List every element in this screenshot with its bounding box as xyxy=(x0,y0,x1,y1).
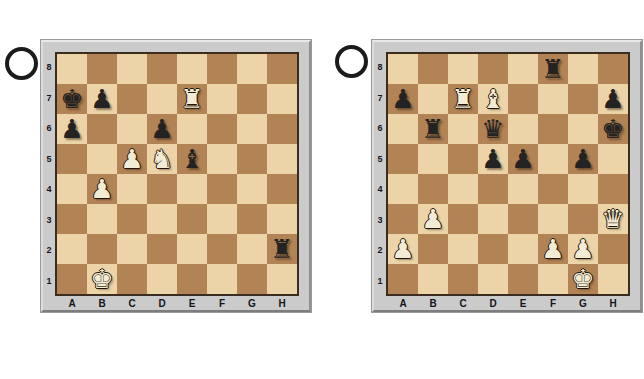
square-c4[interactable] xyxy=(117,174,147,204)
square-b7[interactable] xyxy=(418,84,448,114)
square-g2[interactable] xyxy=(237,234,267,264)
square-h3[interactable] xyxy=(267,204,297,234)
square-g4[interactable] xyxy=(237,174,267,204)
white-rook[interactable]: ♜ xyxy=(448,84,478,114)
square-c5[interactable] xyxy=(448,144,478,174)
square-g7[interactable] xyxy=(568,84,598,114)
rank-label: 8 xyxy=(374,52,386,83)
square-b1[interactable] xyxy=(418,264,448,294)
white-rook[interactable]: ♜ xyxy=(177,84,207,114)
white-pawn[interactable]: ♟ xyxy=(87,174,117,204)
square-a8[interactable] xyxy=(57,54,87,84)
file-label: E xyxy=(177,298,207,310)
square-d1[interactable] xyxy=(478,264,508,294)
square-d1[interactable] xyxy=(147,264,177,294)
rank-label: 7 xyxy=(374,83,386,114)
square-b6[interactable] xyxy=(87,114,117,144)
file-label: H xyxy=(267,298,297,310)
square-d3[interactable] xyxy=(478,204,508,234)
black-pawn[interactable]: ♟ xyxy=(508,144,538,174)
rank-label: 3 xyxy=(374,205,386,236)
square-h1[interactable] xyxy=(267,264,297,294)
rank-label: 5 xyxy=(374,144,386,175)
square-a6[interactable] xyxy=(388,114,418,144)
square-c8[interactable] xyxy=(117,54,147,84)
white-pawn[interactable]: ♟ xyxy=(568,234,598,264)
square-c1[interactable] xyxy=(117,264,147,294)
black-bishop[interactable]: ♝ xyxy=(177,144,207,174)
square-g1[interactable] xyxy=(237,264,267,294)
square-f1[interactable] xyxy=(538,264,568,294)
square-h8[interactable] xyxy=(267,54,297,84)
square-g8[interactable] xyxy=(237,54,267,84)
square-d7[interactable] xyxy=(147,84,177,114)
file-label: A xyxy=(57,298,87,310)
black-rook[interactable]: ♜ xyxy=(267,234,297,264)
board-grid[interactable]: ♚♟♜♟♟♟♞♝♟♜♚ xyxy=(55,52,299,296)
board-grid[interactable]: ♜♟♜♝♟♜♛♚♟♟♟♟♛♟♟♟♚ xyxy=(386,52,630,296)
file-label: B xyxy=(87,298,117,310)
square-g7[interactable] xyxy=(237,84,267,114)
rank-label: 4 xyxy=(374,174,386,205)
square-h1[interactable] xyxy=(598,264,628,294)
square-e3[interactable] xyxy=(508,204,538,234)
square-a4[interactable] xyxy=(388,174,418,204)
white-to-move-circle-icon xyxy=(335,45,368,78)
file-label: G xyxy=(237,298,267,310)
square-c7[interactable] xyxy=(117,84,147,114)
chess-board-diagram-1: 87654321 ♚♟♜♟♟♟♞♝♟♜♚ ABCDEFGH xyxy=(41,40,311,312)
black-pawn[interactable]: ♟ xyxy=(598,84,628,114)
square-f8[interactable] xyxy=(207,54,237,84)
square-b8[interactable] xyxy=(87,54,117,84)
white-king[interactable]: ♚ xyxy=(87,264,117,294)
square-c2[interactable] xyxy=(117,234,147,264)
square-b3[interactable] xyxy=(87,204,117,234)
white-pawn[interactable]: ♟ xyxy=(538,234,568,264)
square-e8[interactable] xyxy=(177,54,207,84)
square-a5[interactable] xyxy=(57,144,87,174)
square-c6[interactable] xyxy=(117,114,147,144)
square-c4[interactable] xyxy=(448,174,478,204)
square-a3[interactable] xyxy=(57,204,87,234)
white-pawn[interactable]: ♟ xyxy=(117,144,147,174)
square-f5[interactable] xyxy=(207,144,237,174)
square-f1[interactable] xyxy=(207,264,237,294)
square-c1[interactable] xyxy=(448,264,478,294)
square-h5[interactable] xyxy=(598,144,628,174)
file-label: D xyxy=(147,298,177,310)
rank-label: 1 xyxy=(43,266,55,297)
black-rook[interactable]: ♜ xyxy=(418,114,448,144)
square-f4[interactable] xyxy=(538,174,568,204)
square-e6[interactable] xyxy=(508,114,538,144)
square-f7[interactable] xyxy=(207,84,237,114)
square-f6[interactable] xyxy=(538,114,568,144)
square-a3[interactable] xyxy=(388,204,418,234)
square-g6[interactable] xyxy=(568,114,598,144)
square-c6[interactable] xyxy=(448,114,478,144)
square-e1[interactable] xyxy=(177,264,207,294)
square-g3[interactable] xyxy=(237,204,267,234)
black-king[interactable]: ♚ xyxy=(57,84,87,114)
square-h5[interactable] xyxy=(267,144,297,174)
file-label: A xyxy=(388,298,418,310)
square-c8[interactable] xyxy=(448,54,478,84)
square-d4[interactable] xyxy=(147,174,177,204)
square-e8[interactable] xyxy=(508,54,538,84)
square-f3[interactable] xyxy=(538,204,568,234)
square-e7[interactable] xyxy=(508,84,538,114)
square-e3[interactable] xyxy=(177,204,207,234)
file-label: E xyxy=(508,298,538,310)
rank-labels: 87654321 xyxy=(374,52,386,296)
file-label: D xyxy=(478,298,508,310)
square-b4[interactable] xyxy=(418,174,448,204)
rank-label: 6 xyxy=(43,113,55,144)
square-b2[interactable] xyxy=(87,234,117,264)
square-e2[interactable] xyxy=(177,234,207,264)
square-a5[interactable] xyxy=(388,144,418,174)
rank-label: 8 xyxy=(43,52,55,83)
square-c3[interactable] xyxy=(117,204,147,234)
square-e4[interactable] xyxy=(177,174,207,204)
file-label: H xyxy=(598,298,628,310)
file-label: F xyxy=(538,298,568,310)
square-g5[interactable] xyxy=(237,144,267,174)
black-pawn[interactable]: ♟ xyxy=(568,144,598,174)
square-d4[interactable] xyxy=(478,174,508,204)
rank-label: 5 xyxy=(43,144,55,175)
square-f3[interactable] xyxy=(207,204,237,234)
rank-label: 1 xyxy=(374,266,386,297)
square-b5[interactable] xyxy=(87,144,117,174)
file-label: F xyxy=(207,298,237,310)
black-pawn[interactable]: ♟ xyxy=(147,114,177,144)
file-labels: ABCDEFGH xyxy=(388,298,628,310)
rank-label: 3 xyxy=(43,205,55,236)
file-label: C xyxy=(448,298,478,310)
white-bishop[interactable]: ♝ xyxy=(478,84,508,114)
square-d3[interactable] xyxy=(147,204,177,234)
square-a1[interactable] xyxy=(57,264,87,294)
square-d2[interactable] xyxy=(478,234,508,264)
black-pawn[interactable]: ♟ xyxy=(57,114,87,144)
square-g8[interactable] xyxy=(568,54,598,84)
file-label: G xyxy=(568,298,598,310)
square-e6[interactable] xyxy=(177,114,207,144)
square-f4[interactable] xyxy=(207,174,237,204)
black-king[interactable]: ♚ xyxy=(598,114,628,144)
square-a4[interactable] xyxy=(57,174,87,204)
square-a1[interactable] xyxy=(388,264,418,294)
square-d8[interactable] xyxy=(478,54,508,84)
worksheet-canvas: 87654321 ♚♟♜♟♟♟♞♝♟♜♚ ABCDEFGH 87654321 ♜… xyxy=(0,0,644,379)
square-b2[interactable] xyxy=(418,234,448,264)
rank-label: 4 xyxy=(43,174,55,205)
black-pawn[interactable]: ♟ xyxy=(388,84,418,114)
square-a2[interactable] xyxy=(57,234,87,264)
square-h7[interactable] xyxy=(267,84,297,114)
square-f5[interactable] xyxy=(538,144,568,174)
white-knight[interactable]: ♞ xyxy=(147,144,177,174)
square-b8[interactable] xyxy=(418,54,448,84)
square-f7[interactable] xyxy=(538,84,568,114)
black-pawn[interactable]: ♟ xyxy=(478,144,508,174)
rank-label: 7 xyxy=(43,83,55,114)
black-queen[interactable]: ♛ xyxy=(478,114,508,144)
square-g4[interactable] xyxy=(568,174,598,204)
rank-labels: 87654321 xyxy=(43,52,55,296)
square-e1[interactable] xyxy=(508,264,538,294)
square-f6[interactable] xyxy=(207,114,237,144)
white-to-move-circle-icon xyxy=(5,47,38,80)
file-label: C xyxy=(117,298,147,310)
white-king[interactable]: ♚ xyxy=(568,264,598,294)
rank-label: 2 xyxy=(43,235,55,266)
square-h8[interactable] xyxy=(598,54,628,84)
white-pawn[interactable]: ♟ xyxy=(418,204,448,234)
square-g6[interactable] xyxy=(237,114,267,144)
square-h4[interactable] xyxy=(267,174,297,204)
square-d2[interactable] xyxy=(147,234,177,264)
white-queen[interactable]: ♛ xyxy=(598,204,628,234)
square-h6[interactable] xyxy=(267,114,297,144)
rank-label: 6 xyxy=(374,113,386,144)
black-rook[interactable]: ♜ xyxy=(538,54,568,84)
square-c2[interactable] xyxy=(448,234,478,264)
square-h4[interactable] xyxy=(598,174,628,204)
square-b5[interactable] xyxy=(418,144,448,174)
square-e2[interactable] xyxy=(508,234,538,264)
square-f2[interactable] xyxy=(207,234,237,264)
square-h2[interactable] xyxy=(598,234,628,264)
file-labels: ABCDEFGH xyxy=(57,298,297,310)
chess-board-diagram-2: 87654321 ♜♟♜♝♟♜♛♚♟♟♟♟♛♟♟♟♚ ABCDEFGH xyxy=(372,40,642,312)
white-pawn[interactable]: ♟ xyxy=(388,234,418,264)
square-d8[interactable] xyxy=(147,54,177,84)
black-pawn[interactable]: ♟ xyxy=(87,84,117,114)
file-label: B xyxy=(418,298,448,310)
square-a8[interactable] xyxy=(388,54,418,84)
square-c3[interactable] xyxy=(448,204,478,234)
square-g3[interactable] xyxy=(568,204,598,234)
rank-label: 2 xyxy=(374,235,386,266)
square-e4[interactable] xyxy=(508,174,538,204)
